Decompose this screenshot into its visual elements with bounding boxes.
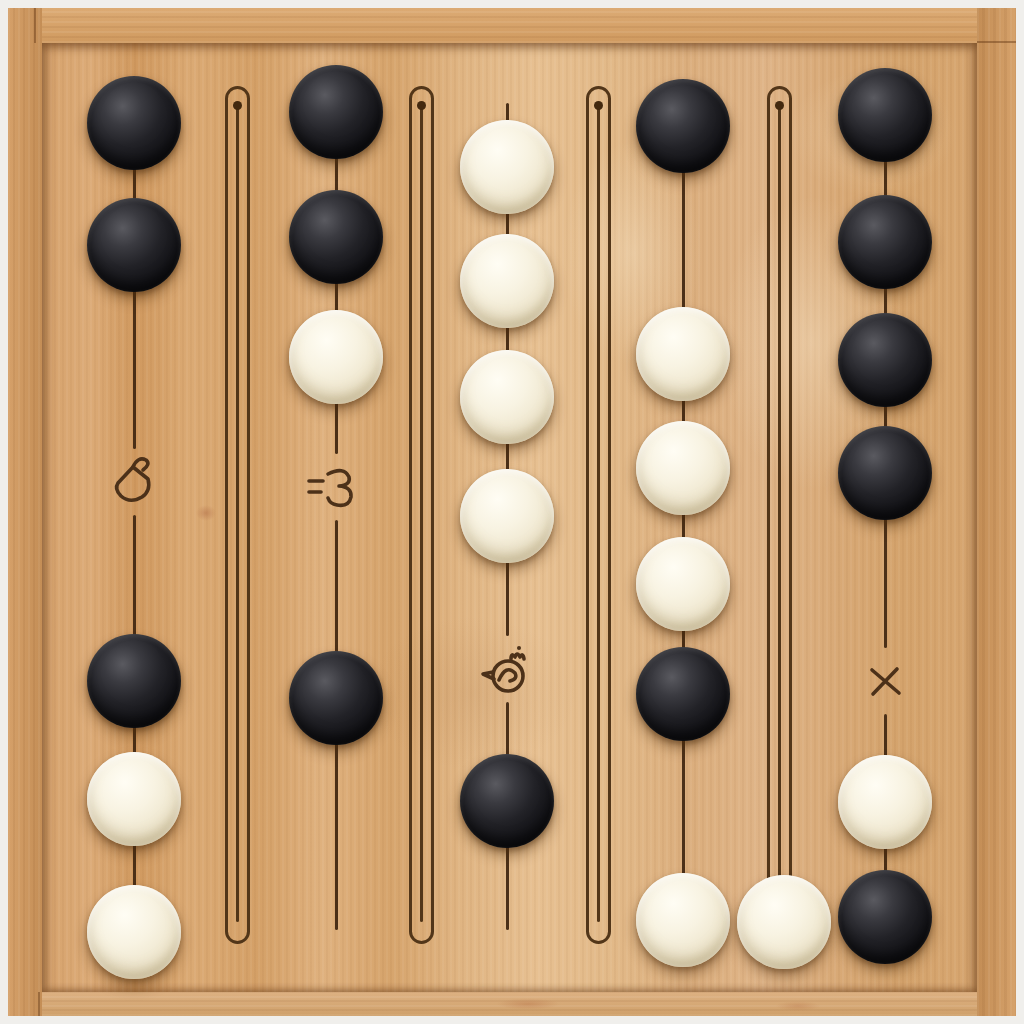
symbol-bird-icon (479, 641, 535, 697)
piece-black[interactable] (838, 195, 932, 289)
symbol-cross-icon (865, 661, 905, 701)
piece-black[interactable] (289, 190, 383, 284)
capsule-center-line-c4 (420, 106, 423, 922)
piece-black[interactable] (636, 647, 730, 741)
wooden-board-photo (0, 0, 1024, 1024)
piece-white[interactable] (636, 307, 730, 401)
piece-white[interactable] (636, 537, 730, 631)
track-line-c7-0 (682, 103, 685, 930)
piece-black[interactable] (289, 65, 383, 159)
piece-white[interactable] (460, 469, 554, 563)
piece-white[interactable] (87, 752, 181, 846)
piece-white[interactable] (460, 120, 554, 214)
piece-black[interactable] (838, 313, 932, 407)
capsule-pin-dot-c6 (594, 101, 603, 110)
piece-white[interactable] (460, 350, 554, 444)
piece-white[interactable] (87, 885, 181, 979)
piece-white[interactable] (636, 873, 730, 967)
capsule-pin-dot-c8 (775, 101, 784, 110)
piece-black[interactable] (289, 651, 383, 745)
capsule-pin-dot-c4 (417, 101, 426, 110)
capsule-center-line-c8 (778, 106, 781, 922)
capsule-pin-dot-c2 (233, 101, 242, 110)
board-content-layer (0, 0, 1024, 1024)
capsule-center-line-c2 (236, 106, 239, 922)
capsule-center-line-c6 (597, 106, 600, 922)
piece-black[interactable] (636, 79, 730, 173)
piece-black[interactable] (460, 754, 554, 848)
symbol-acorn-icon (110, 454, 158, 510)
piece-white[interactable] (838, 755, 932, 849)
symbol-three-icon (306, 461, 366, 513)
piece-black[interactable] (87, 634, 181, 728)
piece-black[interactable] (838, 426, 932, 520)
piece-white[interactable] (737, 875, 831, 969)
piece-white[interactable] (289, 310, 383, 404)
piece-white[interactable] (460, 234, 554, 328)
piece-black[interactable] (838, 870, 932, 964)
piece-black[interactable] (87, 76, 181, 170)
piece-black[interactable] (87, 198, 181, 292)
piece-white[interactable] (636, 421, 730, 515)
piece-black[interactable] (838, 68, 932, 162)
